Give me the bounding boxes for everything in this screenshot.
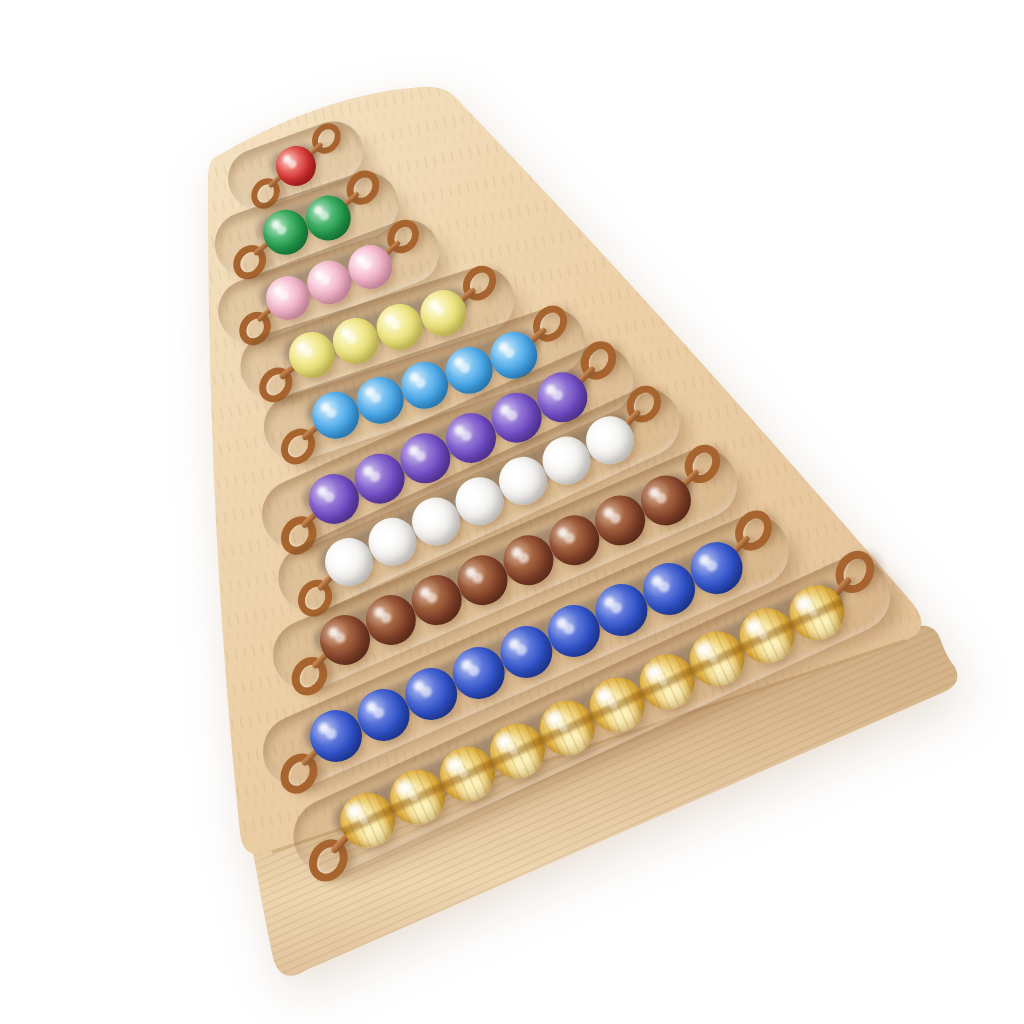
bead-bars-layer — [0, 0, 1024, 1024]
bead-stair-product-photo — [0, 0, 1024, 1024]
